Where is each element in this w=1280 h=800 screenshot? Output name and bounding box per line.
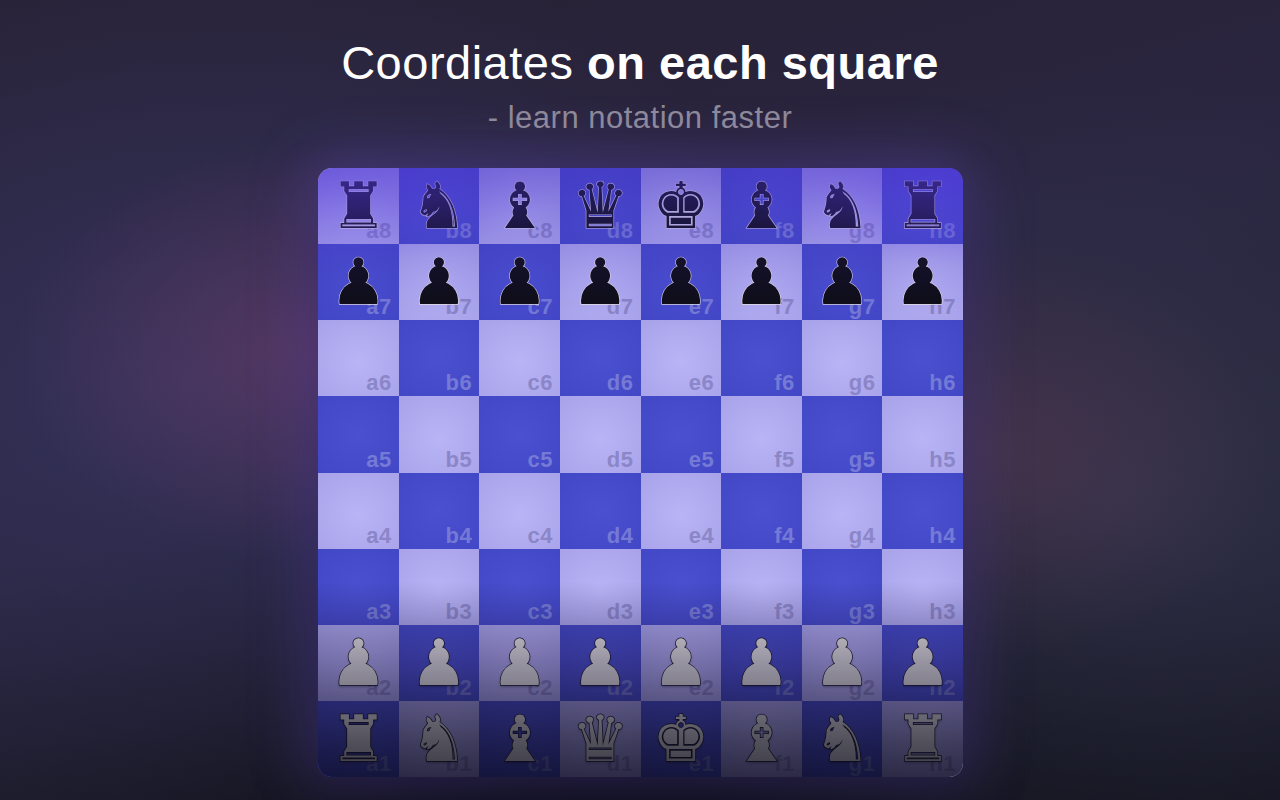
white-pawn[interactable]: ♟ bbox=[399, 625, 480, 701]
square-e3[interactable]: e3 bbox=[641, 549, 722, 625]
coordinate-label-b5: b5 bbox=[446, 449, 473, 471]
square-c1[interactable]: c1♝ bbox=[479, 701, 560, 777]
black-pawn[interactable]: ♟ bbox=[721, 244, 802, 320]
coordinate-label-c5: c5 bbox=[527, 449, 552, 471]
square-g8[interactable]: g8♞ bbox=[802, 168, 883, 244]
square-e6[interactable]: e6 bbox=[641, 320, 722, 396]
white-pawn[interactable]: ♟ bbox=[318, 625, 399, 701]
coordinate-label-f3: f3 bbox=[774, 601, 795, 623]
black-bishop[interactable]: ♝ bbox=[479, 168, 560, 244]
white-pawn[interactable]: ♟ bbox=[560, 625, 641, 701]
square-h3[interactable]: h3 bbox=[882, 549, 963, 625]
white-king[interactable]: ♚ bbox=[641, 701, 722, 777]
coordinate-label-h6: h6 bbox=[929, 372, 956, 394]
black-pawn[interactable]: ♟ bbox=[479, 244, 560, 320]
square-d6[interactable]: d6 bbox=[560, 320, 641, 396]
white-pawn[interactable]: ♟ bbox=[882, 625, 963, 701]
coordinate-label-g5: g5 bbox=[849, 449, 876, 471]
square-e1[interactable]: e1♚ bbox=[641, 701, 722, 777]
coordinate-label-b6: b6 bbox=[446, 372, 473, 394]
white-bishop[interactable]: ♝ bbox=[479, 701, 560, 777]
square-a5[interactable]: a5 bbox=[318, 396, 399, 472]
square-f4[interactable]: f4 bbox=[721, 473, 802, 549]
square-b6[interactable]: b6 bbox=[399, 320, 480, 396]
square-f8[interactable]: f8♝ bbox=[721, 168, 802, 244]
coordinate-label-a5: a5 bbox=[366, 449, 391, 471]
coordinate-label-a4: a4 bbox=[366, 525, 391, 547]
coordinate-label-d4: d4 bbox=[607, 525, 634, 547]
black-knight[interactable]: ♞ bbox=[399, 168, 480, 244]
square-g1[interactable]: g1♞ bbox=[802, 701, 883, 777]
coordinate-label-f4: f4 bbox=[774, 525, 795, 547]
black-pawn[interactable]: ♟ bbox=[560, 244, 641, 320]
black-queen[interactable]: ♛ bbox=[560, 168, 641, 244]
square-e5[interactable]: e5 bbox=[641, 396, 722, 472]
black-pawn[interactable]: ♟ bbox=[318, 244, 399, 320]
square-g6[interactable]: g6 bbox=[802, 320, 883, 396]
square-c6[interactable]: c6 bbox=[479, 320, 560, 396]
black-knight[interactable]: ♞ bbox=[802, 168, 883, 244]
square-g2[interactable]: g2♟ bbox=[802, 625, 883, 701]
square-a6[interactable]: a6 bbox=[318, 320, 399, 396]
square-f3[interactable]: f3 bbox=[721, 549, 802, 625]
square-a2[interactable]: a2♟ bbox=[318, 625, 399, 701]
coordinate-label-g3: g3 bbox=[849, 601, 876, 623]
square-c7[interactable]: c7♟ bbox=[479, 244, 560, 320]
coordinate-label-a3: a3 bbox=[366, 601, 391, 623]
square-b1[interactable]: b1♞ bbox=[399, 701, 480, 777]
white-knight[interactable]: ♞ bbox=[802, 701, 883, 777]
coordinate-label-e3: e3 bbox=[689, 601, 714, 623]
coordinate-label-c3: c3 bbox=[527, 601, 552, 623]
square-g4[interactable]: g4 bbox=[802, 473, 883, 549]
white-pawn[interactable]: ♟ bbox=[721, 625, 802, 701]
black-pawn[interactable]: ♟ bbox=[399, 244, 480, 320]
square-c4[interactable]: c4 bbox=[479, 473, 560, 549]
coordinate-label-d3: d3 bbox=[607, 601, 634, 623]
square-b3[interactable]: b3 bbox=[399, 549, 480, 625]
square-g7[interactable]: g7♟ bbox=[802, 244, 883, 320]
coordinate-label-h4: h4 bbox=[929, 525, 956, 547]
square-e2[interactable]: e2♟ bbox=[641, 625, 722, 701]
black-pawn[interactable]: ♟ bbox=[641, 244, 722, 320]
page-title-regular: Coordiates bbox=[341, 36, 587, 89]
coordinate-label-c4: c4 bbox=[527, 525, 552, 547]
coordinate-label-f6: f6 bbox=[774, 372, 795, 394]
square-g5[interactable]: g5 bbox=[802, 396, 883, 472]
square-e4[interactable]: e4 bbox=[641, 473, 722, 549]
square-d5[interactable]: d5 bbox=[560, 396, 641, 472]
square-h4[interactable]: h4 bbox=[882, 473, 963, 549]
square-c2[interactable]: c2♟ bbox=[479, 625, 560, 701]
white-bishop[interactable]: ♝ bbox=[721, 701, 802, 777]
coordinate-label-g4: g4 bbox=[849, 525, 876, 547]
black-bishop[interactable]: ♝ bbox=[721, 168, 802, 244]
square-b2[interactable]: b2♟ bbox=[399, 625, 480, 701]
square-f1[interactable]: f1♝ bbox=[721, 701, 802, 777]
square-d8[interactable]: d8♛ bbox=[560, 168, 641, 244]
square-f7[interactable]: f7♟ bbox=[721, 244, 802, 320]
square-g3[interactable]: g3 bbox=[802, 549, 883, 625]
square-f5[interactable]: f5 bbox=[721, 396, 802, 472]
square-d1[interactable]: d1♛ bbox=[560, 701, 641, 777]
square-h2[interactable]: h2♟ bbox=[882, 625, 963, 701]
square-e8[interactable]: e8♚ bbox=[641, 168, 722, 244]
square-d4[interactable]: d4 bbox=[560, 473, 641, 549]
chess-board: a8♜b8♞c8♝d8♛e8♚f8♝g8♞h8♜a7♟b7♟c7♟d7♟e7♟f… bbox=[318, 168, 963, 777]
square-h1[interactable]: h1♜ bbox=[882, 701, 963, 777]
coordinate-label-e4: e4 bbox=[689, 525, 714, 547]
white-pawn[interactable]: ♟ bbox=[802, 625, 883, 701]
coordinate-label-c6: c6 bbox=[527, 372, 552, 394]
coordinate-label-h3: h3 bbox=[929, 601, 956, 623]
square-b5[interactable]: b5 bbox=[399, 396, 480, 472]
coordinate-label-e5: e5 bbox=[689, 449, 714, 471]
square-d2[interactable]: d2♟ bbox=[560, 625, 641, 701]
square-d3[interactable]: d3 bbox=[560, 549, 641, 625]
square-b7[interactable]: b7♟ bbox=[399, 244, 480, 320]
page-title: Coordiates on each square bbox=[0, 36, 1280, 90]
square-h7[interactable]: h7♟ bbox=[882, 244, 963, 320]
square-c3[interactable]: c3 bbox=[479, 549, 560, 625]
square-a3[interactable]: a3 bbox=[318, 549, 399, 625]
coordinate-label-d5: d5 bbox=[607, 449, 634, 471]
black-rook[interactable]: ♜ bbox=[882, 168, 963, 244]
coordinate-label-e6: e6 bbox=[689, 372, 714, 394]
black-king[interactable]: ♚ bbox=[641, 168, 722, 244]
square-c8[interactable]: c8♝ bbox=[479, 168, 560, 244]
square-d7[interactable]: d7♟ bbox=[560, 244, 641, 320]
square-a7[interactable]: a7♟ bbox=[318, 244, 399, 320]
background: { "header": { "title_regular": "Coordiat… bbox=[0, 0, 1280, 800]
black-pawn[interactable]: ♟ bbox=[882, 244, 963, 320]
coordinate-label-a6: a6 bbox=[366, 372, 391, 394]
square-a1[interactable]: a1♜ bbox=[318, 701, 399, 777]
coordinate-label-b4: b4 bbox=[446, 525, 473, 547]
white-pawn[interactable]: ♟ bbox=[641, 625, 722, 701]
black-rook[interactable]: ♜ bbox=[318, 168, 399, 244]
square-h5[interactable]: h5 bbox=[882, 396, 963, 472]
white-pawn[interactable]: ♟ bbox=[479, 625, 560, 701]
coordinate-label-d6: d6 bbox=[607, 372, 634, 394]
square-e7[interactable]: e7♟ bbox=[641, 244, 722, 320]
white-rook[interactable]: ♜ bbox=[318, 701, 399, 777]
square-b4[interactable]: b4 bbox=[399, 473, 480, 549]
coordinate-label-h5: h5 bbox=[929, 449, 956, 471]
coordinate-label-f5: f5 bbox=[774, 449, 795, 471]
square-h8[interactable]: h8♜ bbox=[882, 168, 963, 244]
white-rook[interactable]: ♜ bbox=[882, 701, 963, 777]
page-subtitle: - learn notation faster bbox=[0, 100, 1280, 136]
square-a8[interactable]: a8♜ bbox=[318, 168, 399, 244]
coordinate-label-b3: b3 bbox=[446, 601, 473, 623]
square-f6[interactable]: f6 bbox=[721, 320, 802, 396]
coordinate-label-g6: g6 bbox=[849, 372, 876, 394]
white-queen[interactable]: ♛ bbox=[560, 701, 641, 777]
page-title-bold: on each square bbox=[587, 36, 939, 89]
square-h6[interactable]: h6 bbox=[882, 320, 963, 396]
white-knight[interactable]: ♞ bbox=[399, 701, 480, 777]
square-f2[interactable]: f2♟ bbox=[721, 625, 802, 701]
square-a4[interactable]: a4 bbox=[318, 473, 399, 549]
black-pawn[interactable]: ♟ bbox=[802, 244, 883, 320]
square-b8[interactable]: b8♞ bbox=[399, 168, 480, 244]
square-c5[interactable]: c5 bbox=[479, 396, 560, 472]
